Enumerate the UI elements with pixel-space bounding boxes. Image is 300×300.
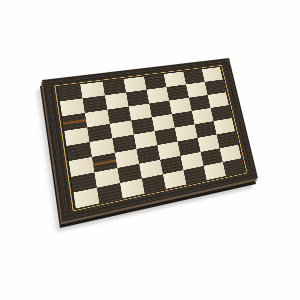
product-photo-stage bbox=[0, 0, 300, 300]
chess-board bbox=[42, 58, 258, 222]
